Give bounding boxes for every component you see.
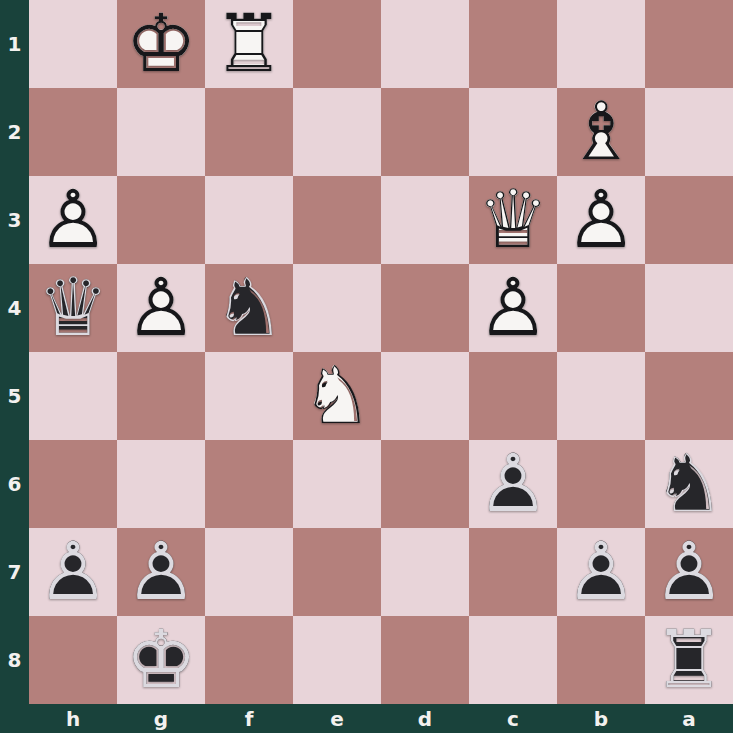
pawn-outline-icon: ♙ — [117, 264, 205, 352]
pawn-outline-icon: ♙ — [29, 176, 117, 264]
rank-label-5: 5 — [0, 352, 29, 440]
pawn-outline-icon: ♙ — [117, 528, 205, 616]
king-outline-icon: ♔ — [117, 0, 205, 88]
square-f7[interactable] — [205, 528, 293, 616]
board-grid: ♚♔♜♖♝♗♟♙♛♕♟♙♛♕♟♙♞♘♟♙♞♘♟♙♞♘♟♙♟♙♟♙♟♙♚♔♜♖ — [29, 0, 733, 704]
square-b5[interactable] — [557, 352, 645, 440]
square-e6[interactable] — [293, 440, 381, 528]
square-e4[interactable] — [293, 264, 381, 352]
white-queen-c3[interactable]: ♛♕ — [469, 176, 557, 264]
square-d3[interactable] — [381, 176, 469, 264]
rank-label-1: 1 — [0, 0, 29, 88]
square-a5[interactable] — [645, 352, 733, 440]
square-g1[interactable]: ♚♔ — [117, 0, 205, 88]
square-d2[interactable] — [381, 88, 469, 176]
square-a3[interactable] — [645, 176, 733, 264]
white-knight-e5[interactable]: ♞♘ — [293, 352, 381, 440]
chess-board-frame: 12345678 ♚♔♜♖♝♗♟♙♛♕♟♙♛♕♟♙♞♘♟♙♞♘♟♙♞♘♟♙♟♙♟… — [0, 0, 733, 733]
square-a1[interactable] — [645, 0, 733, 88]
square-e2[interactable] — [293, 88, 381, 176]
square-f5[interactable] — [205, 352, 293, 440]
file-label-d: d — [381, 704, 469, 733]
king-outline-icon: ♔ — [117, 616, 205, 704]
square-g7[interactable]: ♟♙ — [117, 528, 205, 616]
square-d8[interactable] — [381, 616, 469, 704]
square-b2[interactable]: ♝♗ — [557, 88, 645, 176]
queen-outline-icon: ♕ — [29, 264, 117, 352]
black-pawn-a7[interactable]: ♟♙ — [645, 528, 733, 616]
square-f1[interactable]: ♜♖ — [205, 0, 293, 88]
square-f4[interactable]: ♞♘ — [205, 264, 293, 352]
rank-labels: 12345678 — [0, 0, 29, 704]
black-knight-a6[interactable]: ♞♘ — [645, 440, 733, 528]
black-queen-h4[interactable]: ♛♕ — [29, 264, 117, 352]
square-a6[interactable]: ♞♘ — [645, 440, 733, 528]
rook-outline-icon: ♖ — [205, 0, 293, 88]
black-rook-a8[interactable]: ♜♖ — [645, 616, 733, 704]
square-h8[interactable] — [29, 616, 117, 704]
queen-outline-icon: ♕ — [469, 176, 557, 264]
square-a8[interactable]: ♜♖ — [645, 616, 733, 704]
frame-corner — [0, 704, 29, 733]
square-h5[interactable] — [29, 352, 117, 440]
square-e3[interactable] — [293, 176, 381, 264]
square-g2[interactable] — [117, 88, 205, 176]
pawn-outline-icon: ♙ — [29, 528, 117, 616]
square-h7[interactable]: ♟♙ — [29, 528, 117, 616]
file-label-h: h — [29, 704, 117, 733]
square-e5[interactable]: ♞♘ — [293, 352, 381, 440]
pawn-outline-icon: ♙ — [469, 440, 557, 528]
square-e8[interactable] — [293, 616, 381, 704]
rank-label-4: 4 — [0, 264, 29, 352]
square-f8[interactable] — [205, 616, 293, 704]
square-g8[interactable]: ♚♔ — [117, 616, 205, 704]
square-c3[interactable]: ♛♕ — [469, 176, 557, 264]
rank-label-2: 2 — [0, 88, 29, 176]
square-h4[interactable]: ♛♕ — [29, 264, 117, 352]
square-g3[interactable] — [117, 176, 205, 264]
square-g4[interactable]: ♟♙ — [117, 264, 205, 352]
square-c1[interactable] — [469, 0, 557, 88]
white-pawn-g4[interactable]: ♟♙ — [117, 264, 205, 352]
square-e1[interactable] — [293, 0, 381, 88]
square-b1[interactable] — [557, 0, 645, 88]
black-knight-f4[interactable]: ♞♘ — [205, 264, 293, 352]
black-pawn-h7[interactable]: ♟♙ — [29, 528, 117, 616]
knight-outline-icon: ♘ — [205, 264, 293, 352]
square-c2[interactable] — [469, 88, 557, 176]
square-b3[interactable]: ♟♙ — [557, 176, 645, 264]
file-label-f: f — [205, 704, 293, 733]
pawn-outline-icon: ♙ — [469, 264, 557, 352]
square-f6[interactable] — [205, 440, 293, 528]
square-c7[interactable] — [469, 528, 557, 616]
file-label-c: c — [469, 704, 557, 733]
square-d6[interactable] — [381, 440, 469, 528]
square-g6[interactable] — [117, 440, 205, 528]
square-d1[interactable] — [381, 0, 469, 88]
file-label-g: g — [117, 704, 205, 733]
square-a7[interactable]: ♟♙ — [645, 528, 733, 616]
knight-outline-icon: ♘ — [645, 440, 733, 528]
file-label-a: a — [645, 704, 733, 733]
square-a4[interactable] — [645, 264, 733, 352]
white-bishop-b2[interactable]: ♝♗ — [557, 88, 645, 176]
file-labels: hgfedcba — [29, 704, 733, 733]
white-pawn-b3[interactable]: ♟♙ — [557, 176, 645, 264]
white-pawn-h3[interactable]: ♟♙ — [29, 176, 117, 264]
square-d4[interactable] — [381, 264, 469, 352]
square-f3[interactable] — [205, 176, 293, 264]
white-pawn-c4[interactable]: ♟♙ — [469, 264, 557, 352]
black-pawn-g7[interactable]: ♟♙ — [117, 528, 205, 616]
square-c8[interactable] — [469, 616, 557, 704]
square-a2[interactable] — [645, 88, 733, 176]
pawn-outline-icon: ♙ — [557, 528, 645, 616]
square-h3[interactable]: ♟♙ — [29, 176, 117, 264]
rank-label-6: 6 — [0, 440, 29, 528]
pawn-outline-icon: ♙ — [645, 528, 733, 616]
file-label-b: b — [557, 704, 645, 733]
black-pawn-b7[interactable]: ♟♙ — [557, 528, 645, 616]
square-g5[interactable] — [117, 352, 205, 440]
white-rook-f1[interactable]: ♜♖ — [205, 0, 293, 88]
file-label-e: e — [293, 704, 381, 733]
black-king-g8[interactable]: ♚♔ — [117, 616, 205, 704]
square-b4[interactable] — [557, 264, 645, 352]
square-b7[interactable]: ♟♙ — [557, 528, 645, 616]
black-pawn-c6[interactable]: ♟♙ — [469, 440, 557, 528]
square-c5[interactable] — [469, 352, 557, 440]
square-c6[interactable]: ♟♙ — [469, 440, 557, 528]
white-king-g1[interactable]: ♚♔ — [117, 0, 205, 88]
square-c4[interactable]: ♟♙ — [469, 264, 557, 352]
square-d7[interactable] — [381, 528, 469, 616]
rank-label-7: 7 — [0, 528, 29, 616]
square-h1[interactable] — [29, 0, 117, 88]
knight-outline-icon: ♘ — [293, 352, 381, 440]
square-b6[interactable] — [557, 440, 645, 528]
rank-label-8: 8 — [0, 616, 29, 704]
square-h2[interactable] — [29, 88, 117, 176]
rook-outline-icon: ♖ — [645, 616, 733, 704]
pawn-outline-icon: ♙ — [557, 176, 645, 264]
rank-label-3: 3 — [0, 176, 29, 264]
square-f2[interactable] — [205, 88, 293, 176]
square-h6[interactable] — [29, 440, 117, 528]
square-b8[interactable] — [557, 616, 645, 704]
bishop-outline-icon: ♗ — [557, 88, 645, 176]
square-d5[interactable] — [381, 352, 469, 440]
square-e7[interactable] — [293, 528, 381, 616]
